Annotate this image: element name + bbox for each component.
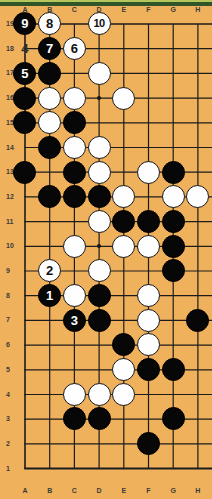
black-stone-g9 — [162, 259, 185, 282]
white-stone-b15 — [38, 111, 61, 134]
captured-move-number: 4 — [13, 36, 38, 61]
black-stone-e6 — [112, 333, 135, 356]
black-stone-f11 — [137, 210, 160, 233]
row-label-12: 12 — [6, 193, 22, 201]
black-stone-f5 — [137, 358, 160, 381]
white-stone-b19: 8 — [38, 12, 61, 35]
white-stone-d19: 10 — [88, 12, 111, 35]
white-stone-f8 — [137, 284, 160, 307]
white-stone-d9 — [88, 259, 111, 282]
row-label-9: 9 — [6, 267, 22, 275]
top-col-label-h: H — [188, 6, 208, 14]
white-stone-e12 — [112, 185, 135, 208]
black-stone-b14 — [38, 136, 61, 159]
top-col-label-c: C — [64, 6, 84, 14]
black-stone-a19: 9 — [13, 12, 36, 35]
white-stone-c14 — [63, 136, 86, 159]
row-label-11: 11 — [6, 218, 22, 226]
black-stone-g13 — [162, 161, 185, 184]
bottom-col-label-d: D — [89, 487, 109, 495]
bottom-col-label-h: H — [188, 487, 208, 495]
move-number-9: 9 — [21, 17, 28, 30]
white-stone-c18: 6 — [63, 37, 86, 60]
bottom-col-label-a: A — [15, 487, 35, 495]
white-stone-d17 — [88, 62, 111, 85]
black-stone-g11 — [162, 210, 185, 233]
white-stone-h12 — [186, 185, 209, 208]
black-stone-e11 — [112, 210, 135, 233]
black-stone-d8 — [88, 284, 111, 307]
black-stone-g3 — [162, 407, 185, 430]
black-stone-g5 — [162, 358, 185, 381]
black-stone-a17: 5 — [13, 62, 36, 85]
white-stone-d14 — [88, 136, 111, 159]
black-stone-c3 — [63, 407, 86, 430]
white-stone-f10 — [137, 235, 160, 258]
top-col-label-g: G — [163, 6, 183, 14]
row-label-5: 5 — [6, 366, 22, 374]
move-number-8: 8 — [46, 17, 53, 30]
black-stone-c15 — [63, 111, 86, 134]
black-stone-a13 — [13, 161, 36, 184]
black-stone-d3 — [88, 407, 111, 430]
white-stone-e5 — [112, 358, 135, 381]
white-stone-f7 — [137, 309, 160, 332]
black-stone-c12 — [63, 185, 86, 208]
white-stone-g12 — [162, 185, 185, 208]
white-stone-b9: 2 — [38, 259, 61, 282]
move-number-6: 6 — [71, 42, 78, 55]
row-label-10: 10 — [6, 242, 22, 250]
row-label-1: 1 — [6, 465, 22, 473]
move-number-2: 2 — [46, 264, 53, 277]
white-stone-b16 — [38, 87, 61, 110]
bottom-col-label-e: E — [114, 487, 134, 495]
move-number-7: 7 — [46, 42, 53, 55]
black-stone-h7 — [186, 309, 209, 332]
black-stone-b17 — [38, 62, 61, 85]
bottom-col-label-f: F — [139, 487, 159, 495]
row-label-3: 3 — [6, 415, 22, 423]
white-stone-f13 — [137, 161, 160, 184]
black-stone-b12 — [38, 185, 61, 208]
white-stone-e10 — [112, 235, 135, 258]
move-number-3: 3 — [71, 314, 78, 327]
bottom-col-label-c: C — [64, 487, 84, 495]
white-stone-d13 — [88, 161, 111, 184]
black-stone-c7: 3 — [63, 309, 86, 332]
white-stone-c16 — [63, 87, 86, 110]
top-col-label-f: F — [139, 6, 159, 14]
go-diagram: 49751381062 AABBCCDDEEFFGGHH191817161514… — [0, 0, 212, 499]
move-number-10: 10 — [93, 18, 104, 29]
white-stone-d4 — [88, 383, 111, 406]
row-label-4: 4 — [6, 391, 22, 399]
bottom-col-label-b: B — [40, 487, 60, 495]
move-number-1: 1 — [46, 289, 53, 302]
white-stone-c8 — [63, 284, 86, 307]
white-stone-d11 — [88, 210, 111, 233]
row-label-7: 7 — [6, 316, 22, 324]
row-label-2: 2 — [6, 440, 22, 448]
white-stone-e16 — [112, 87, 135, 110]
goban: 49751381062 AABBCCDDEEFFGGHH191817161514… — [0, 0, 212, 499]
row-label-6: 6 — [6, 341, 22, 349]
row-label-8: 8 — [6, 292, 22, 300]
white-stone-f6 — [137, 333, 160, 356]
black-stone-f2 — [137, 432, 160, 455]
black-stone-b8: 1 — [38, 284, 61, 307]
black-stone-a15 — [13, 111, 36, 134]
black-stone-d7 — [88, 309, 111, 332]
black-stone-a16 — [13, 87, 36, 110]
top-col-label-e: E — [114, 6, 134, 14]
black-stone-g10 — [162, 235, 185, 258]
black-stone-c13 — [63, 161, 86, 184]
star-point-d10 — [97, 244, 101, 248]
stone-grid: 49751381062 — [13, 12, 211, 481]
white-stone-e4 — [112, 383, 135, 406]
star-point-d16 — [97, 96, 101, 100]
black-stone-d12 — [88, 185, 111, 208]
move-number-5: 5 — [21, 67, 28, 80]
bottom-col-label-g: G — [163, 487, 183, 495]
white-stone-c4 — [63, 383, 86, 406]
row-label-14: 14 — [6, 144, 22, 152]
black-stone-b18: 7 — [38, 37, 61, 60]
white-stone-c10 — [63, 235, 86, 258]
